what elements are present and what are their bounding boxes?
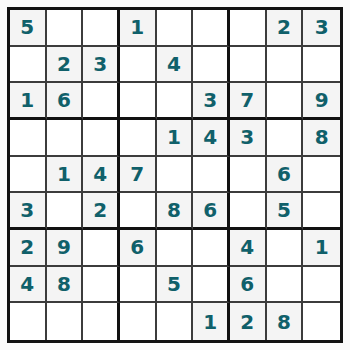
sudoku-cell: 7 [230,83,267,120]
sudoku-cell[interactable] [303,267,340,304]
sudoku-cell: 6 [120,230,157,267]
sudoku-cell: 8 [47,267,84,304]
sudoku-cell: 4 [83,157,120,194]
sudoku-cell[interactable] [157,230,194,267]
sudoku-cell: 3 [83,47,120,84]
sudoku-cell[interactable] [83,83,120,120]
sudoku-cell: 4 [193,120,230,157]
sudoku-board: 5123234163791438147632865296414856128 [7,7,343,343]
sudoku-cell[interactable] [193,230,230,267]
sudoku-cell[interactable] [303,157,340,194]
sudoku-cell[interactable] [230,157,267,194]
sudoku-cell[interactable] [303,193,340,230]
sudoku-cell: 2 [47,47,84,84]
sudoku-cell[interactable] [120,303,157,340]
sudoku-board-container: 5123234163791438147632865296414856128 [7,7,343,343]
sudoku-cell[interactable] [120,47,157,84]
sudoku-cell[interactable] [120,193,157,230]
sudoku-cell[interactable] [267,230,304,267]
sudoku-cell: 3 [303,10,340,47]
sudoku-cell[interactable] [120,120,157,157]
sudoku-cell[interactable] [157,83,194,120]
sudoku-cell: 6 [230,267,267,304]
sudoku-cell: 3 [10,193,47,230]
sudoku-cell: 1 [303,230,340,267]
sudoku-cell[interactable] [303,47,340,84]
sudoku-cell[interactable] [10,120,47,157]
sudoku-cell: 3 [230,120,267,157]
sudoku-cell[interactable] [83,10,120,47]
sudoku-cell[interactable] [47,120,84,157]
sudoku-cell[interactable] [230,10,267,47]
sudoku-cell: 1 [157,120,194,157]
sudoku-cell[interactable] [120,83,157,120]
sudoku-cell: 3 [193,83,230,120]
sudoku-cell[interactable] [47,303,84,340]
sudoku-cell[interactable] [83,267,120,304]
sudoku-cell: 1 [120,10,157,47]
sudoku-cell: 2 [267,10,304,47]
sudoku-cell: 2 [83,193,120,230]
sudoku-cell: 5 [267,193,304,230]
sudoku-cell[interactable] [267,83,304,120]
sudoku-cell[interactable] [303,303,340,340]
sudoku-cell: 2 [230,303,267,340]
sudoku-cell[interactable] [230,193,267,230]
sudoku-cell[interactable] [10,47,47,84]
sudoku-cell[interactable] [230,47,267,84]
sudoku-cell[interactable] [157,157,194,194]
sudoku-cell[interactable] [83,230,120,267]
sudoku-cell[interactable] [120,267,157,304]
sudoku-cell[interactable] [267,120,304,157]
sudoku-cell: 4 [157,47,194,84]
sudoku-cell: 9 [303,83,340,120]
sudoku-cell: 9 [47,230,84,267]
sudoku-cell: 4 [10,267,47,304]
sudoku-cell[interactable] [193,10,230,47]
sudoku-cell: 8 [157,193,194,230]
sudoku-cell: 1 [47,157,84,194]
sudoku-cell: 7 [120,157,157,194]
sudoku-cell[interactable] [267,47,304,84]
sudoku-cell[interactable] [193,157,230,194]
sudoku-cell[interactable] [267,267,304,304]
sudoku-cell: 5 [10,10,47,47]
sudoku-cell: 5 [157,267,194,304]
sudoku-cell[interactable] [47,193,84,230]
sudoku-cell[interactable] [83,120,120,157]
sudoku-cell[interactable] [10,157,47,194]
sudoku-cell: 8 [267,303,304,340]
sudoku-cell: 6 [193,193,230,230]
sudoku-cell: 4 [230,230,267,267]
sudoku-cell: 6 [267,157,304,194]
sudoku-cell: 2 [10,230,47,267]
sudoku-cell[interactable] [157,303,194,340]
sudoku-cell[interactable] [10,303,47,340]
sudoku-cell: 8 [303,120,340,157]
sudoku-cell[interactable] [193,47,230,84]
sudoku-cell: 6 [47,83,84,120]
sudoku-cell: 1 [10,83,47,120]
sudoku-cell[interactable] [83,303,120,340]
sudoku-cell[interactable] [193,267,230,304]
sudoku-cell: 1 [193,303,230,340]
sudoku-cell[interactable] [47,10,84,47]
sudoku-cell[interactable] [157,10,194,47]
